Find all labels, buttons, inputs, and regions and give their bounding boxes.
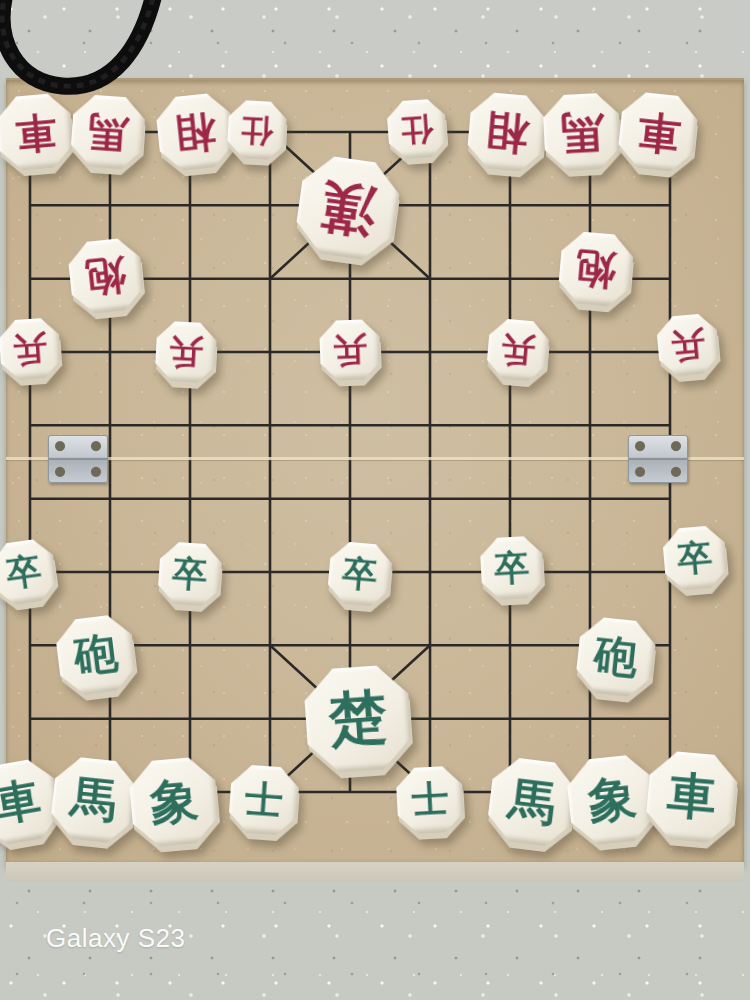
piece-red-soldier[interactable]: 兵	[0, 317, 62, 381]
piece-red-soldier[interactable]: 兵	[319, 319, 381, 381]
piece-character-advisor: 仕	[400, 106, 435, 152]
piece-red-cannon[interactable]: 炮	[66, 236, 145, 315]
piece-character-chariot: 車	[12, 103, 58, 161]
piece-red-elephant[interactable]: 相	[466, 91, 548, 173]
piece-green-general[interactable]: 楚	[302, 663, 413, 774]
piece-red-advisor[interactable]: 仕	[386, 98, 448, 160]
piece-green-horse[interactable]: 馬	[49, 755, 139, 845]
piece-green-cannon[interactable]: 砲	[574, 616, 658, 700]
piece-character-soldier: 卒	[3, 546, 44, 597]
piece-character-soldier: 卒	[676, 533, 715, 583]
piece-character-soldier: 卒	[171, 549, 209, 598]
piece-character-horse: 馬	[505, 768, 559, 836]
piece-character-advisor: 士	[410, 774, 450, 826]
piece-character-cannon: 砲	[71, 624, 121, 687]
piece-character-soldier: 兵	[499, 326, 537, 375]
piece-character-general: 漢	[316, 168, 381, 249]
galaxy-s23-watermark: Galaxy S23	[46, 923, 185, 954]
piece-red-cannon[interactable]: 炮	[557, 230, 635, 308]
piece-character-general: 楚	[326, 678, 389, 760]
piece-character-chariot: 車	[634, 101, 683, 163]
piece-green-soldier[interactable]: 卒	[661, 524, 728, 591]
piece-red-soldier[interactable]: 兵	[655, 312, 720, 377]
piece-green-chariot[interactable]: 車	[644, 749, 739, 844]
piece-character-cannon: 炮	[574, 240, 619, 298]
piece-red-general[interactable]: 漢	[293, 153, 404, 264]
piece-green-soldier[interactable]: 卒	[326, 540, 393, 607]
piece-green-soldier[interactable]: 卒	[0, 537, 59, 607]
piece-red-soldier[interactable]: 兵	[154, 320, 217, 383]
piece-red-advisor[interactable]: 仕	[227, 100, 288, 161]
piece-character-horse: 馬	[86, 103, 130, 161]
piece-red-chariot[interactable]: 車	[616, 90, 700, 174]
piece-character-horse: 馬	[68, 767, 120, 833]
piece-character-soldier: 卒	[341, 549, 380, 599]
piece-character-cannon: 炮	[83, 246, 129, 305]
piece-green-elephant[interactable]: 象	[127, 755, 220, 848]
piece-character-soldier: 兵	[168, 328, 204, 376]
piece-green-soldier[interactable]: 卒	[479, 535, 544, 600]
piece-character-soldier: 兵	[11, 325, 48, 373]
hinge-left	[48, 435, 108, 483]
piece-character-chariot: 車	[665, 762, 720, 832]
piece-character-soldier: 兵	[669, 321, 707, 370]
piece-character-elephant: 象	[585, 766, 639, 835]
piece-character-cannon: 砲	[592, 626, 641, 688]
piece-character-elephant: 象	[147, 768, 200, 836]
piece-red-horse[interactable]: 馬	[542, 92, 622, 172]
piece-character-elephant: 相	[483, 101, 531, 163]
piece-character-soldier: 卒	[493, 544, 530, 593]
piece-character-soldier: 兵	[332, 326, 368, 373]
piece-green-advisor[interactable]: 士	[228, 764, 301, 837]
piece-character-elephant: 相	[172, 103, 219, 162]
piece-green-advisor[interactable]: 士	[395, 765, 464, 834]
piece-tile: 漢	[293, 153, 404, 264]
black-cord	[0, 0, 230, 110]
piece-character-horse: 馬	[559, 102, 605, 162]
piece-green-soldier[interactable]: 卒	[157, 541, 223, 607]
piece-character-advisor: 仕	[240, 107, 274, 153]
piece-character-chariot: 車	[0, 769, 45, 836]
xiangqi-board[interactable]: 車馬相仕仕相馬車漢炮炮兵兵兵兵兵卒卒卒卒卒砲砲楚車馬象士士馬象車	[6, 78, 744, 864]
piece-green-cannon[interactable]: 砲	[54, 613, 139, 698]
board-bottom-edge	[6, 862, 744, 882]
hinge-right	[628, 435, 688, 483]
piece-character-advisor: 士	[243, 773, 284, 827]
piece-red-soldier[interactable]: 兵	[485, 317, 550, 382]
